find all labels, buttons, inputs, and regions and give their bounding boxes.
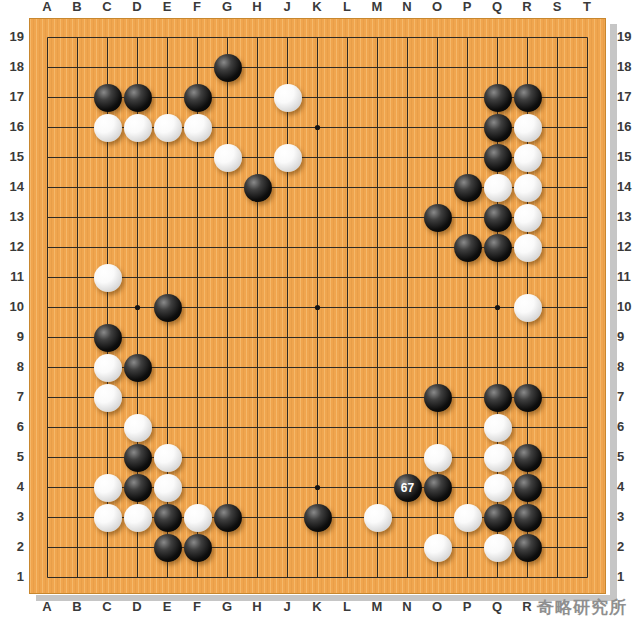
board-shadow-right [610, 24, 617, 601]
stone-black-K3 [304, 504, 332, 532]
row-label-left-9: 9 [2, 330, 24, 344]
stone-white-D16 [124, 114, 152, 142]
column-label-top-D: D [127, 0, 147, 14]
stone-white-R16 [514, 114, 542, 142]
stone-white-R15 [514, 144, 542, 172]
board-shadow-bottom [36, 595, 617, 601]
stone-black-O4 [424, 474, 452, 502]
stone-white-O5 [424, 444, 452, 472]
stone-black-E3 [154, 504, 182, 532]
stone-white-Q6 [484, 414, 512, 442]
column-label-bottom-N: N [397, 600, 417, 614]
row-label-right-14: 14 [617, 180, 639, 194]
stone-white-C8 [94, 354, 122, 382]
stone-black-D4 [124, 474, 152, 502]
stone-black-F2 [184, 534, 212, 562]
row-label-right-6: 6 [617, 420, 639, 434]
star-point-K4 [315, 485, 320, 490]
stone-white-E16 [154, 114, 182, 142]
column-label-top-O: O [427, 0, 447, 14]
column-label-bottom-F: F [187, 600, 207, 614]
stone-black-Q13 [484, 204, 512, 232]
move-67-stone-N4: 67 [394, 474, 422, 502]
row-label-left-6: 6 [2, 420, 24, 434]
stone-black-C9 [94, 324, 122, 352]
stone-black-Q15 [484, 144, 512, 172]
stone-white-C3 [94, 504, 122, 532]
column-label-bottom-Q: Q [487, 600, 507, 614]
row-label-left-17: 17 [2, 90, 24, 104]
stone-white-R10 [514, 294, 542, 322]
column-label-top-L: L [337, 0, 357, 14]
stone-black-Q7 [484, 384, 512, 412]
stone-white-E5 [154, 444, 182, 472]
stone-white-D3 [124, 504, 152, 532]
stone-white-C16 [94, 114, 122, 142]
row-label-left-15: 15 [2, 150, 24, 164]
stone-black-R5 [514, 444, 542, 472]
row-label-left-3: 3 [2, 510, 24, 524]
stone-white-J15 [274, 144, 302, 172]
row-label-right-18: 18 [617, 60, 639, 74]
stone-black-E10 [154, 294, 182, 322]
row-label-left-4: 4 [2, 480, 24, 494]
row-label-left-18: 18 [2, 60, 24, 74]
column-label-top-T: T [577, 0, 597, 14]
stone-white-O2 [424, 534, 452, 562]
column-label-bottom-P: P [457, 600, 477, 614]
column-label-top-R: R [517, 0, 537, 14]
stone-white-J17 [274, 84, 302, 112]
column-label-bottom-E: E [157, 600, 177, 614]
column-label-bottom-C: C [97, 600, 117, 614]
row-label-left-8: 8 [2, 360, 24, 374]
row-label-right-8: 8 [617, 360, 639, 374]
star-point-K16 [315, 125, 320, 130]
column-label-bottom-D: D [127, 600, 147, 614]
stone-white-C11 [94, 264, 122, 292]
column-label-bottom-R: R [517, 600, 537, 614]
row-label-right-19: 19 [617, 30, 639, 44]
column-label-top-M: M [367, 0, 387, 14]
row-label-right-10: 10 [617, 300, 639, 314]
stone-black-P14 [454, 174, 482, 202]
row-label-left-1: 1 [2, 570, 24, 584]
stone-white-R13 [514, 204, 542, 232]
column-label-bottom-L: L [337, 600, 357, 614]
column-label-top-K: K [307, 0, 327, 14]
stone-black-D5 [124, 444, 152, 472]
row-label-right-7: 7 [617, 390, 639, 404]
star-point-K10 [315, 305, 320, 310]
stone-black-Q17 [484, 84, 512, 112]
column-label-bottom-K: K [307, 600, 327, 614]
stone-white-C4 [94, 474, 122, 502]
stone-black-Q3 [484, 504, 512, 532]
row-label-right-3: 3 [617, 510, 639, 524]
stone-black-R2 [514, 534, 542, 562]
column-label-top-H: H [247, 0, 267, 14]
stone-white-E4 [154, 474, 182, 502]
column-label-top-P: P [457, 0, 477, 14]
star-point-D10 [135, 305, 140, 310]
row-label-right-4: 4 [617, 480, 639, 494]
row-label-left-2: 2 [2, 540, 24, 554]
column-label-top-J: J [277, 0, 297, 14]
stone-black-R17 [514, 84, 542, 112]
row-label-right-12: 12 [617, 240, 639, 254]
column-label-bottom-A: A [37, 600, 57, 614]
row-label-right-2: 2 [617, 540, 639, 554]
column-label-top-G: G [217, 0, 237, 14]
stone-black-R3 [514, 504, 542, 532]
row-label-left-11: 11 [2, 270, 24, 284]
stone-black-D8 [124, 354, 152, 382]
stone-white-P3 [454, 504, 482, 532]
stone-white-Q5 [484, 444, 512, 472]
stone-black-H14 [244, 174, 272, 202]
row-label-right-16: 16 [617, 120, 639, 134]
row-label-right-1: 1 [617, 570, 639, 584]
column-label-bottom-O: O [427, 600, 447, 614]
row-label-left-7: 7 [2, 390, 24, 404]
row-label-left-10: 10 [2, 300, 24, 314]
stone-white-F16 [184, 114, 212, 142]
column-label-bottom-H: H [247, 600, 267, 614]
column-label-top-E: E [157, 0, 177, 14]
column-label-bottom-G: G [217, 600, 237, 614]
stone-black-D17 [124, 84, 152, 112]
stone-black-G18 [214, 54, 242, 82]
stone-white-D6 [124, 414, 152, 442]
go-board[interactable]: 67 [29, 18, 606, 594]
stone-black-P12 [454, 234, 482, 262]
row-label-left-12: 12 [2, 240, 24, 254]
column-label-top-Q: Q [487, 0, 507, 14]
row-label-right-5: 5 [617, 450, 639, 464]
column-label-top-A: A [37, 0, 57, 14]
column-label-bottom-M: M [367, 600, 387, 614]
column-label-bottom-B: B [67, 600, 87, 614]
stone-black-E2 [154, 534, 182, 562]
column-label-top-B: B [67, 0, 87, 14]
row-label-right-9: 9 [617, 330, 639, 344]
stone-black-O13 [424, 204, 452, 232]
stone-white-Q2 [484, 534, 512, 562]
stone-white-C7 [94, 384, 122, 412]
watermark-text: 奇略研究所 [537, 596, 627, 619]
stone-white-F3 [184, 504, 212, 532]
row-label-left-13: 13 [2, 210, 24, 224]
stone-black-C17 [94, 84, 122, 112]
column-label-bottom-J: J [277, 600, 297, 614]
row-label-left-5: 5 [2, 450, 24, 464]
stone-black-F17 [184, 84, 212, 112]
row-label-right-13: 13 [617, 210, 639, 224]
stone-black-Q12 [484, 234, 512, 262]
column-label-top-S: S [547, 0, 567, 14]
stone-white-R14 [514, 174, 542, 202]
stone-white-G15 [214, 144, 242, 172]
stone-black-G3 [214, 504, 242, 532]
stone-white-Q4 [484, 474, 512, 502]
row-label-left-16: 16 [2, 120, 24, 134]
row-label-right-15: 15 [617, 150, 639, 164]
row-label-left-14: 14 [2, 180, 24, 194]
stone-white-Q14 [484, 174, 512, 202]
stone-black-R4 [514, 474, 542, 502]
stone-black-R7 [514, 384, 542, 412]
column-label-top-F: F [187, 0, 207, 14]
row-label-right-17: 17 [617, 90, 639, 104]
stone-white-R12 [514, 234, 542, 262]
column-label-top-C: C [97, 0, 117, 14]
star-point-Q10 [495, 305, 500, 310]
row-label-right-11: 11 [617, 270, 639, 284]
move-number-label: 67 [394, 474, 422, 502]
column-label-top-N: N [397, 0, 417, 14]
row-label-left-19: 19 [2, 30, 24, 44]
stone-white-M3 [364, 504, 392, 532]
stone-black-Q16 [484, 114, 512, 142]
stone-black-O7 [424, 384, 452, 412]
